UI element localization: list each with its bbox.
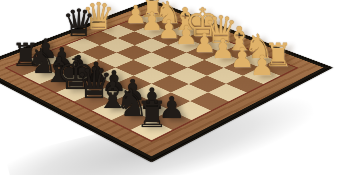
chess-set-photo: ♜♞♝♛♚♝♞♜♟♟♟♟♟♟♟♟♟♟♟♟♟♟♟♟♜♞♝♛♚♝♞♜♛♛ bbox=[0, 0, 350, 175]
